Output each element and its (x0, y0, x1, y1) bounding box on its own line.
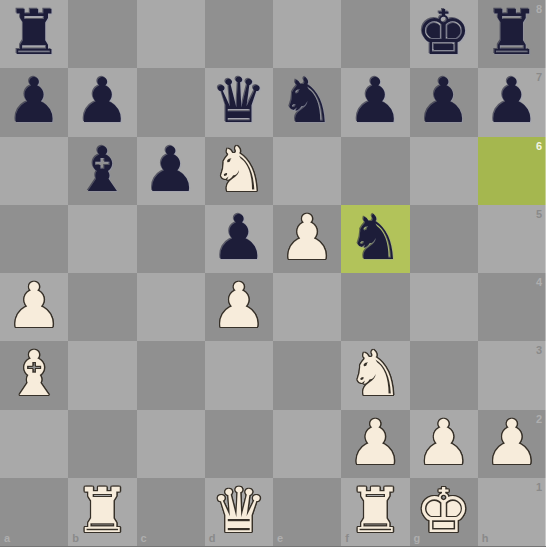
square-h6[interactable]: 6 (478, 137, 546, 205)
piece-white-queen[interactable]: ♛ (211, 480, 267, 542)
piece-black-king[interactable]: ♚ (416, 2, 472, 64)
square-g1[interactable]: g♚ (410, 478, 478, 546)
square-f5[interactable]: ♞ (341, 205, 409, 273)
square-b8[interactable] (68, 0, 136, 68)
square-c4[interactable] (137, 273, 205, 341)
file-label-c: c (141, 532, 147, 544)
piece-black-pawn[interactable]: ♟ (416, 70, 472, 132)
piece-white-pawn[interactable]: ♟ (484, 412, 540, 474)
square-g8[interactable]: ♚ (410, 0, 478, 68)
chess-board-widget: ♜♚8♜♟♟♛♞♟♟7♟♝♟♞6♟♟♞5♟♟4♝♞3♟♟2♟ab♜cd♛ef♜g… (0, 0, 546, 547)
file-label-h: h (482, 532, 489, 544)
square-e5[interactable]: ♟ (273, 205, 341, 273)
square-c1[interactable]: c (137, 478, 205, 546)
square-e6[interactable] (273, 137, 341, 205)
square-a1[interactable]: a (0, 478, 68, 546)
square-f6[interactable] (341, 137, 409, 205)
square-a6[interactable] (0, 137, 68, 205)
rank-label-5: 5 (536, 208, 542, 220)
square-e4[interactable] (273, 273, 341, 341)
square-h7[interactable]: 7♟ (478, 68, 546, 136)
square-h4[interactable]: 4 (478, 273, 546, 341)
square-c5[interactable] (137, 205, 205, 273)
square-e3[interactable] (273, 341, 341, 409)
square-b1[interactable]: b♜ (68, 478, 136, 546)
square-g4[interactable] (410, 273, 478, 341)
piece-white-bishop[interactable]: ♝ (6, 343, 62, 405)
square-b6[interactable]: ♝ (68, 137, 136, 205)
piece-black-bishop[interactable]: ♝ (75, 139, 131, 201)
piece-black-pawn[interactable]: ♟ (6, 70, 62, 132)
file-label-a: a (4, 532, 10, 544)
square-c2[interactable] (137, 410, 205, 478)
square-d7[interactable]: ♛ (205, 68, 273, 136)
square-h3[interactable]: 3 (478, 341, 546, 409)
square-c8[interactable] (137, 0, 205, 68)
square-d2[interactable] (205, 410, 273, 478)
square-b7[interactable]: ♟ (68, 68, 136, 136)
square-h2[interactable]: 2♟ (478, 410, 546, 478)
square-g5[interactable] (410, 205, 478, 273)
square-f1[interactable]: f♜ (341, 478, 409, 546)
square-a3[interactable]: ♝ (0, 341, 68, 409)
square-f4[interactable] (341, 273, 409, 341)
square-b2[interactable] (68, 410, 136, 478)
square-c6[interactable]: ♟ (137, 137, 205, 205)
piece-black-pawn[interactable]: ♟ (143, 139, 199, 201)
piece-black-knight[interactable]: ♞ (348, 207, 404, 269)
square-f7[interactable]: ♟ (341, 68, 409, 136)
piece-black-pawn[interactable]: ♟ (75, 70, 131, 132)
square-a2[interactable] (0, 410, 68, 478)
square-f3[interactable]: ♞ (341, 341, 409, 409)
square-h1[interactable]: 1h (478, 478, 546, 546)
square-d3[interactable] (205, 341, 273, 409)
piece-white-pawn[interactable]: ♟ (348, 412, 404, 474)
square-c7[interactable] (137, 68, 205, 136)
square-e2[interactable] (273, 410, 341, 478)
square-d4[interactable]: ♟ (205, 273, 273, 341)
piece-white-pawn[interactable]: ♟ (211, 275, 267, 337)
piece-white-pawn[interactable]: ♟ (416, 412, 472, 474)
square-e7[interactable]: ♞ (273, 68, 341, 136)
square-g7[interactable]: ♟ (410, 68, 478, 136)
square-b3[interactable] (68, 341, 136, 409)
square-b4[interactable] (68, 273, 136, 341)
square-a7[interactable]: ♟ (0, 68, 68, 136)
rank-label-6: 6 (536, 140, 542, 152)
piece-black-pawn[interactable]: ♟ (211, 207, 267, 269)
piece-white-knight[interactable]: ♞ (211, 139, 267, 201)
square-g3[interactable] (410, 341, 478, 409)
piece-white-knight[interactable]: ♞ (348, 343, 404, 405)
square-d5[interactable]: ♟ (205, 205, 273, 273)
file-label-e: e (277, 532, 283, 544)
chess-board: ♜♚8♜♟♟♛♞♟♟7♟♝♟♞6♟♟♞5♟♟4♝♞3♟♟2♟ab♜cd♛ef♜g… (0, 0, 546, 546)
piece-black-rook[interactable]: ♜ (6, 2, 62, 64)
square-b5[interactable] (68, 205, 136, 273)
piece-black-queen[interactable]: ♛ (211, 70, 267, 132)
square-e1[interactable]: e (273, 478, 341, 546)
square-d8[interactable] (205, 0, 273, 68)
piece-white-rook[interactable]: ♜ (75, 480, 131, 542)
rank-label-4: 4 (536, 276, 542, 288)
square-g2[interactable]: ♟ (410, 410, 478, 478)
square-a4[interactable]: ♟ (0, 273, 68, 341)
rank-label-1: 1 (536, 481, 542, 493)
square-f8[interactable] (341, 0, 409, 68)
square-c3[interactable] (137, 341, 205, 409)
square-g6[interactable] (410, 137, 478, 205)
piece-black-pawn[interactable]: ♟ (484, 70, 540, 132)
square-d6[interactable]: ♞ (205, 137, 273, 205)
piece-white-pawn[interactable]: ♟ (6, 275, 62, 337)
piece-white-pawn[interactable]: ♟ (279, 207, 335, 269)
square-f2[interactable]: ♟ (341, 410, 409, 478)
square-a5[interactable] (0, 205, 68, 273)
rank-label-3: 3 (536, 344, 542, 356)
square-a8[interactable]: ♜ (0, 0, 68, 68)
square-h8[interactable]: 8♜ (478, 0, 546, 68)
square-h5[interactable]: 5 (478, 205, 546, 273)
piece-white-rook[interactable]: ♜ (348, 480, 404, 542)
piece-white-king[interactable]: ♚ (416, 480, 472, 542)
piece-black-rook[interactable]: ♜ (484, 2, 540, 64)
piece-black-knight[interactable]: ♞ (279, 70, 335, 132)
piece-black-pawn[interactable]: ♟ (348, 70, 404, 132)
square-e8[interactable] (273, 0, 341, 68)
square-d1[interactable]: d♛ (205, 478, 273, 546)
